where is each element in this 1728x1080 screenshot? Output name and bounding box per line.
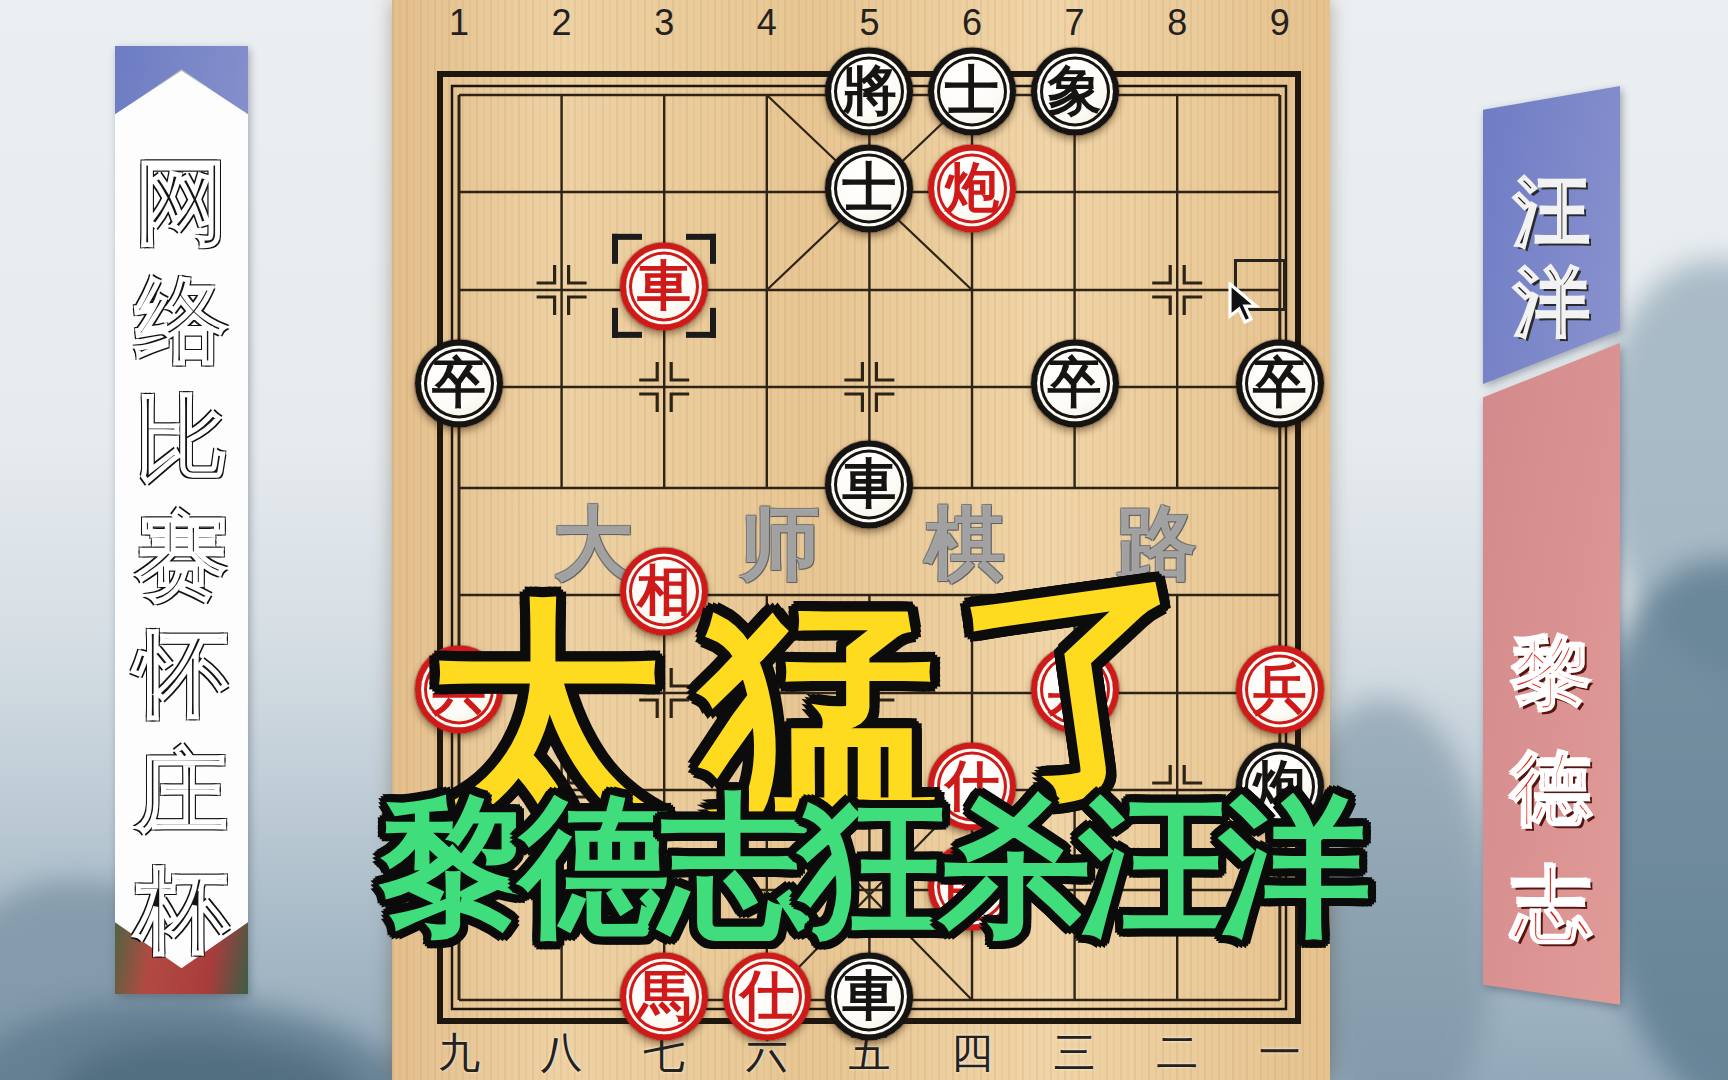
piece-glyph: 馬 [637, 968, 691, 1022]
player-red-char: 黎 [1512, 633, 1592, 713]
file-label-top: 2 [552, 2, 572, 44]
piece-glyph: 仕 [740, 968, 794, 1022]
file-label-top: 9 [1270, 2, 1290, 44]
tournament-banner-char: 庄 [136, 746, 228, 838]
file-label-top: 7 [1065, 2, 1085, 44]
piece-red-馬[interactable]: 馬 [620, 952, 708, 1040]
tournament-banner-char: 赛 [136, 510, 228, 602]
file-label-top: 1 [449, 2, 469, 44]
player-banner-red: 黎德志 [1483, 343, 1620, 1008]
piece-red-兵[interactable]: 兵 [1236, 645, 1324, 733]
file-label-bottom: 四 [951, 1025, 993, 1080]
piece-black-士[interactable]: 士 [825, 144, 913, 232]
caption-char: 德 [519, 790, 671, 942]
player-banner-black: 汪洋 [1483, 86, 1620, 384]
caption-char: 黎 [379, 790, 531, 942]
file-label-top: 4 [757, 2, 777, 44]
file-label-bottom: 一 [1259, 1025, 1301, 1080]
piece-black-象[interactable]: 象 [1031, 47, 1119, 135]
selection-brackets [612, 234, 716, 338]
caption-char: 汪 [1079, 790, 1231, 942]
piece-glyph: 車 [842, 968, 896, 1022]
tournament-banner-char: 杯 [136, 864, 228, 956]
piece-glyph: 兵 [1253, 661, 1307, 715]
tournament-banner-text: 网络比赛怀庄杯 [115, 156, 248, 956]
file-label-top: 8 [1167, 2, 1187, 44]
piece-black-車[interactable]: 車 [825, 440, 913, 528]
file-label-bottom: 二 [1156, 1025, 1198, 1080]
player-red-char: 德 [1512, 749, 1592, 829]
piece-glyph: 將 [842, 63, 896, 117]
file-label-bottom: 九 [438, 1025, 480, 1080]
piece-glyph: 卒 [1048, 355, 1102, 409]
caption-char: 狂 [799, 790, 951, 942]
piece-black-卒[interactable]: 卒 [415, 339, 503, 427]
file-label-top: 6 [962, 2, 982, 44]
piece-red-炮[interactable]: 炮 [928, 144, 1016, 232]
piece-red-仕[interactable]: 仕 [723, 952, 811, 1040]
piece-glyph: 士 [842, 160, 896, 214]
screenshot-stage: 123456789九八七六五四三二一 大师棋路 將士象士炮車卒卒卒車相兵兵兵仕炮… [0, 0, 1728, 1080]
tournament-banner-char: 络 [136, 274, 228, 366]
player-name-red: 黎德志 [1483, 633, 1620, 945]
tournament-banner-char: 网 [136, 156, 228, 248]
piece-glyph: 炮 [945, 160, 999, 214]
file-label-top: 3 [654, 2, 674, 44]
file-label-bottom: 三 [1054, 1025, 1096, 1080]
file-label-bottom: 八 [541, 1025, 583, 1080]
piece-glyph: 卒 [432, 355, 486, 409]
piece-black-卒[interactable]: 卒 [1031, 339, 1119, 427]
piece-glyph: 車 [842, 456, 896, 510]
caption-char: 洋 [1219, 790, 1371, 942]
piece-glyph: 卒 [1253, 355, 1307, 409]
player-black-char: 汪 [1514, 174, 1590, 250]
mouse-cursor [1228, 282, 1268, 328]
player-red-char: 志 [1512, 865, 1592, 945]
tournament-banner: 网络比赛怀庄杯 [115, 46, 248, 994]
file-label-top: 5 [859, 2, 879, 44]
piece-glyph: 象 [1048, 63, 1102, 117]
player-name-black: 汪洋 [1483, 174, 1620, 340]
piece-black-將[interactable]: 將 [825, 47, 913, 135]
caption-char: 志 [659, 790, 811, 942]
piece-black-士[interactable]: 士 [928, 47, 1016, 135]
player-black-char: 洋 [1514, 264, 1590, 340]
piece-black-卒[interactable]: 卒 [1236, 339, 1324, 427]
tournament-banner-char: 怀 [136, 628, 228, 720]
piece-black-車[interactable]: 車 [825, 952, 913, 1040]
tournament-banner-char: 比 [136, 392, 228, 484]
caption-char: 杀 [939, 790, 1091, 942]
piece-glyph: 士 [945, 63, 999, 117]
